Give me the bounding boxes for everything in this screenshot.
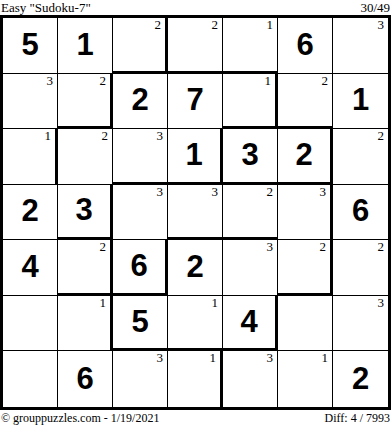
- cell-r5c1[interactable]: 4: [3, 240, 58, 296]
- cell-r3c6[interactable]: 2: [278, 129, 333, 185]
- cell-r1c5[interactable]: 1: [223, 18, 278, 74]
- corner-mark: 2: [320, 240, 327, 254]
- cell-r2c3[interactable]: 2: [113, 74, 168, 130]
- given-digit: 2: [21, 195, 38, 226]
- puzzle-page: Easy "Sudoku-7" 30/49 512216332271211231…: [0, 0, 391, 426]
- corner-mark: 2: [322, 74, 329, 88]
- given-digit: 6: [352, 195, 369, 226]
- cell-r1c7[interactable]: 3: [333, 18, 388, 74]
- cell-r7c6[interactable]: 1: [278, 351, 333, 407]
- corner-mark: 3: [320, 185, 327, 199]
- given-digit: 2: [352, 363, 369, 394]
- corner-mark: 3: [267, 240, 274, 254]
- given-digit: 3: [75, 194, 92, 225]
- cell-r1c6[interactable]: 6: [278, 18, 333, 74]
- cell-r5c6[interactable]: 2: [278, 240, 333, 296]
- corner-mark: 1: [210, 351, 217, 365]
- given-digit: 6: [76, 363, 93, 394]
- given-digit: 5: [21, 29, 38, 60]
- given-digit: 4: [240, 306, 257, 337]
- cell-r1c3[interactable]: 2: [113, 18, 168, 74]
- cell-r4c5[interactable]: 2: [223, 185, 278, 241]
- corner-mark: 1: [45, 129, 52, 143]
- corner-mark: 1: [267, 18, 274, 32]
- corner-mark: 1: [265, 74, 272, 88]
- corner-mark: 3: [157, 351, 164, 365]
- corner-mark: 1: [100, 296, 107, 310]
- cell-r3c5[interactable]: 3: [223, 129, 278, 185]
- copyright-text: © grouppuzzles.com - 1/19/2021: [1, 411, 159, 426]
- given-digit: 3: [241, 139, 258, 170]
- cell-r2c6[interactable]: 2: [278, 74, 333, 130]
- cell-r4c1[interactable]: 2: [3, 185, 58, 241]
- cell-r1c2[interactable]: 1: [58, 18, 113, 74]
- corner-mark: 2: [155, 18, 162, 32]
- cell-r5c3[interactable]: 6: [113, 240, 168, 296]
- corner-mark: 2: [212, 18, 219, 32]
- corner-mark: 3: [157, 129, 164, 143]
- cell-r6c1[interactable]: [3, 296, 58, 352]
- corner-mark: 2: [102, 129, 109, 143]
- corner-mark: 3: [378, 296, 385, 310]
- cell-r1c4[interactable]: 2: [168, 18, 223, 74]
- given-digit: 1: [185, 139, 202, 170]
- cell-r7c3[interactable]: 3: [113, 351, 168, 407]
- cell-r4c4[interactable]: 3: [168, 185, 223, 241]
- cell-r4c2[interactable]: 3: [58, 185, 113, 241]
- given-digit: 5: [131, 306, 148, 337]
- corner-mark: 1: [212, 296, 219, 310]
- cell-r6c3[interactable]: 5: [113, 296, 168, 352]
- corner-mark: 3: [267, 351, 274, 365]
- cell-r3c1[interactable]: 1: [3, 129, 58, 185]
- corner-mark: 3: [47, 74, 54, 88]
- cell-r7c7[interactable]: 2: [333, 351, 388, 407]
- cell-r1c1[interactable]: 5: [3, 18, 58, 74]
- cell-r5c2[interactable]: 2: [58, 240, 113, 296]
- cell-r4c3[interactable]: 3: [113, 185, 168, 241]
- cell-r6c7[interactable]: 3: [333, 296, 388, 352]
- cell-r7c4[interactable]: 1: [168, 351, 223, 407]
- given-digit: 4: [21, 251, 38, 282]
- corner-mark: 2: [100, 74, 107, 88]
- corner-mark: 2: [378, 129, 385, 143]
- cell-r5c5[interactable]: 3: [223, 240, 278, 296]
- cell-r2c2[interactable]: 2: [58, 74, 113, 130]
- cell-r3c2[interactable]: 2: [58, 129, 113, 185]
- cell-r6c5[interactable]: 4: [223, 296, 278, 352]
- header: Easy "Sudoku-7" 30/49: [0, 0, 391, 15]
- given-digit: 6: [296, 29, 313, 60]
- corner-mark: 3: [212, 185, 219, 199]
- corner-mark: 3: [157, 185, 164, 199]
- corner-mark: 3: [378, 18, 385, 32]
- given-digit: 6: [130, 250, 147, 281]
- corner-mark: 1: [322, 351, 329, 365]
- cell-r6c6[interactable]: [278, 296, 333, 352]
- cell-r6c2[interactable]: 1: [58, 296, 113, 352]
- cell-r2c1[interactable]: 3: [3, 74, 58, 130]
- cell-r4c6[interactable]: 3: [278, 185, 333, 241]
- cell-r6c4[interactable]: 1: [168, 296, 223, 352]
- cell-r7c2[interactable]: 6: [58, 351, 113, 407]
- given-digit: 1: [76, 29, 93, 60]
- board: 5122163322712112313222333236426232215143…: [0, 15, 391, 410]
- cell-r2c7[interactable]: 1: [333, 74, 388, 130]
- cell-r3c3[interactable]: 3: [113, 129, 168, 185]
- cell-r3c7[interactable]: 2: [333, 129, 388, 185]
- cell-r2c4[interactable]: 7: [168, 74, 223, 130]
- cell-r7c5[interactable]: 3: [223, 351, 278, 407]
- given-digit: 7: [186, 84, 203, 115]
- given-digit: 1: [352, 84, 369, 115]
- cell-r5c4[interactable]: 2: [168, 240, 223, 296]
- corner-mark: 2: [378, 240, 385, 254]
- cell-r4c7[interactable]: 6: [333, 185, 388, 241]
- cell-r3c4[interactable]: 1: [168, 129, 223, 185]
- cell-r7c1[interactable]: [3, 351, 58, 407]
- cells-remaining-counter: 30/49: [360, 1, 390, 15]
- given-digit: 2: [186, 251, 203, 282]
- cell-r2c5[interactable]: 1: [223, 74, 278, 130]
- corner-mark: 2: [267, 185, 274, 199]
- corner-mark: 2: [100, 240, 107, 254]
- cell-r5c7[interactable]: 2: [333, 240, 388, 296]
- footer: © grouppuzzles.com - 1/19/2021 Diff: 4 /…: [0, 410, 391, 426]
- difficulty-text: Diff: 4 / 7993: [325, 411, 390, 426]
- given-digit: 2: [131, 84, 148, 115]
- given-digit: 2: [295, 139, 312, 170]
- puzzle-title: Easy "Sudoku-7": [1, 1, 91, 15]
